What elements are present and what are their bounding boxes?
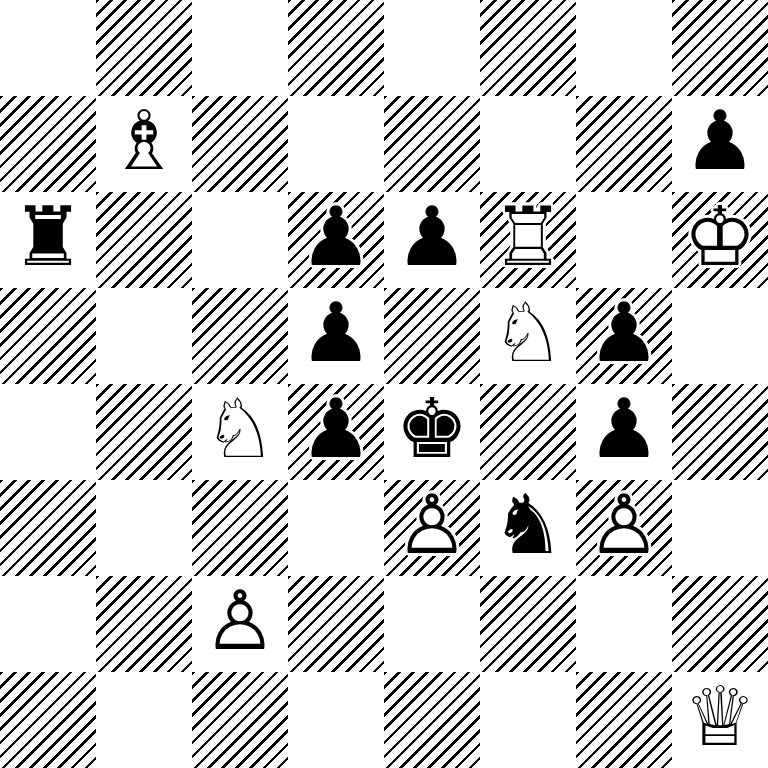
white-pawn-c2[interactable]: ♟♙ [192,576,288,672]
square-e2[interactable] [384,576,480,672]
square-e6[interactable]: ♟ [384,192,480,288]
square-f7[interactable] [480,96,576,192]
square-a6[interactable]: ♜ [0,192,96,288]
square-g7[interactable] [576,96,672,192]
square-e1[interactable] [384,672,480,768]
square-h6[interactable]: ♚♔ [672,192,768,288]
square-d4[interactable]: ♟ [288,384,384,480]
black-pawn-d4[interactable]: ♟ [288,384,384,480]
white-piece-outline: ♕ [672,672,768,768]
square-f5[interactable]: ♞♘ [480,288,576,384]
square-f8[interactable] [480,0,576,96]
square-e8[interactable] [384,0,480,96]
square-d7[interactable] [288,96,384,192]
square-c1[interactable] [192,672,288,768]
square-e4[interactable]: ♚ [384,384,480,480]
square-h1[interactable]: ♛♕ [672,672,768,768]
black-pawn-h7[interactable]: ♟ [672,96,768,192]
black-piece-glyph: ♜ [0,192,96,288]
black-piece-glyph: ♟ [288,384,384,480]
square-f2[interactable] [480,576,576,672]
square-b5[interactable] [96,288,192,384]
square-b1[interactable] [96,672,192,768]
square-h5[interactable] [672,288,768,384]
square-d8[interactable] [288,0,384,96]
square-a7[interactable] [0,96,96,192]
square-c7[interactable] [192,96,288,192]
white-piece-outline: ♙ [384,480,480,576]
square-g2[interactable] [576,576,672,672]
square-g1[interactable] [576,672,672,768]
white-king-h6[interactable]: ♚♔ [672,192,768,288]
square-g5[interactable]: ♟ [576,288,672,384]
black-pawn-e6[interactable]: ♟ [384,192,480,288]
square-c3[interactable] [192,480,288,576]
square-h2[interactable] [672,576,768,672]
black-pawn-g5[interactable]: ♟ [576,288,672,384]
white-queen-h1[interactable]: ♛♕ [672,672,768,768]
square-f1[interactable] [480,672,576,768]
square-b8[interactable] [96,0,192,96]
black-piece-glyph: ♟ [576,288,672,384]
square-f6[interactable]: ♜♖ [480,192,576,288]
square-a5[interactable] [0,288,96,384]
black-piece-glyph: ♞ [480,480,576,576]
white-piece-outline: ♖ [480,192,576,288]
square-h7[interactable]: ♟ [672,96,768,192]
white-piece-outline: ♗ [96,96,192,192]
square-a4[interactable] [0,384,96,480]
white-knight-f5[interactable]: ♞♘ [480,288,576,384]
black-piece-glyph: ♚ [384,384,480,480]
black-knight-f3[interactable]: ♞ [480,480,576,576]
square-a3[interactable] [0,480,96,576]
square-c2[interactable]: ♟♙ [192,576,288,672]
square-b7[interactable]: ♝♗ [96,96,192,192]
square-h4[interactable] [672,384,768,480]
square-c8[interactable] [192,0,288,96]
square-f3[interactable]: ♞ [480,480,576,576]
square-a8[interactable] [0,0,96,96]
square-d3[interactable] [288,480,384,576]
black-piece-glyph: ♟ [672,96,768,192]
white-piece-outline: ♙ [192,576,288,672]
square-d1[interactable] [288,672,384,768]
black-pawn-d6[interactable]: ♟ [288,192,384,288]
chess-board: ♝♗♟♜♟♟♜♖♚♔♟♞♘♟♞♘♟♚♟♟♙♞♟♙♟♙♛♕ [0,0,768,768]
white-pawn-g3[interactable]: ♟♙ [576,480,672,576]
white-pawn-e3[interactable]: ♟♙ [384,480,480,576]
white-piece-outline: ♔ [672,192,768,288]
square-c6[interactable] [192,192,288,288]
square-g3[interactable]: ♟♙ [576,480,672,576]
square-e5[interactable] [384,288,480,384]
square-a1[interactable] [0,672,96,768]
square-c5[interactable] [192,288,288,384]
square-b2[interactable] [96,576,192,672]
square-g8[interactable] [576,0,672,96]
black-pawn-g4[interactable]: ♟ [576,384,672,480]
square-c4[interactable]: ♞♘ [192,384,288,480]
square-h8[interactable] [672,0,768,96]
square-b3[interactable] [96,480,192,576]
white-knight-c4[interactable]: ♞♘ [192,384,288,480]
square-g6[interactable] [576,192,672,288]
square-h3[interactable] [672,480,768,576]
white-piece-outline: ♘ [192,384,288,480]
white-bishop-b7[interactable]: ♝♗ [96,96,192,192]
black-piece-glyph: ♟ [576,384,672,480]
white-rook-f6[interactable]: ♜♖ [480,192,576,288]
square-d2[interactable] [288,576,384,672]
black-piece-glyph: ♟ [384,192,480,288]
white-piece-outline: ♙ [576,480,672,576]
black-piece-glyph: ♟ [288,288,384,384]
square-a2[interactable] [0,576,96,672]
square-e7[interactable] [384,96,480,192]
square-e3[interactable]: ♟♙ [384,480,480,576]
square-d5[interactable]: ♟ [288,288,384,384]
black-rook-a6[interactable]: ♜ [0,192,96,288]
black-piece-glyph: ♟ [288,192,384,288]
square-b6[interactable] [96,192,192,288]
chess-diagram: ♝♗♟♜♟♟♜♖♚♔♟♞♘♟♞♘♟♚♟♟♙♞♟♙♟♙♛♕ [0,0,768,768]
black-king-e4[interactable]: ♚ [384,384,480,480]
black-pawn-d5[interactable]: ♟ [288,288,384,384]
square-d6[interactable]: ♟ [288,192,384,288]
square-f4[interactable] [480,384,576,480]
white-piece-outline: ♘ [480,288,576,384]
square-g4[interactable]: ♟ [576,384,672,480]
square-b4[interactable] [96,384,192,480]
